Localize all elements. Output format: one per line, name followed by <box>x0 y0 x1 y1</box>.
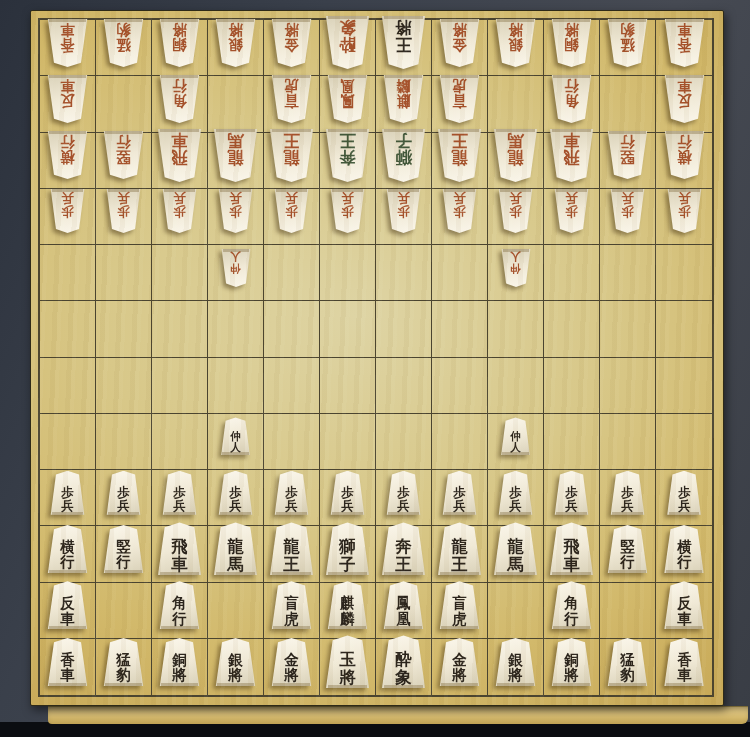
cell-r10-f10[interactable]: 飛車 <box>544 526 600 582</box>
piece-free-king-top[interactable]: 奔王 <box>325 129 370 182</box>
koma-tile: 歩兵 <box>442 189 477 233</box>
koma-tile: 歩兵 <box>498 189 533 233</box>
table-surface <box>0 722 750 737</box>
cell-r5-f10[interactable] <box>544 245 600 301</box>
piece-lance-top[interactable]: 香車 <box>664 19 705 67</box>
cell-r8-f4[interactable]: 仲人 <box>208 414 264 470</box>
koma-kanji: 車 <box>677 77 691 93</box>
koma-kanji: 竪 <box>116 149 130 165</box>
cell-r8-f11[interactable] <box>600 414 656 470</box>
piece-pawn-top[interactable]: 歩兵 <box>386 189 421 233</box>
cell-r11-f4[interactable] <box>208 583 264 639</box>
cell-r2-f8[interactable]: 盲虎 <box>432 76 488 132</box>
piece-vertical-mover-bottom[interactable]: 竪行 <box>607 525 648 573</box>
cell-r5-f5[interactable] <box>264 245 320 301</box>
koma-kanji: 歩 <box>453 486 465 500</box>
koma-tile: 獅子 <box>325 522 370 575</box>
cell-r2-f2[interactable] <box>96 76 152 132</box>
cell-r6-f10[interactable] <box>544 301 600 357</box>
cell-r3-f8[interactable]: 龍王 <box>432 133 488 189</box>
piece-reverse-chariot-top[interactable]: 反車 <box>664 75 705 123</box>
koma-tile: 角行 <box>551 75 592 123</box>
koma-tile: 反車 <box>47 75 88 123</box>
cell-r12-f6[interactable]: 玉將 <box>320 639 376 695</box>
koma-kanji: 兵 <box>285 191 297 205</box>
piece-blind-tiger-top[interactable]: 盲虎 <box>439 75 480 123</box>
koma-kanji: 麟 <box>340 612 354 628</box>
piece-copper-general-top[interactable]: 銅將 <box>159 19 200 67</box>
cell-r3-f10[interactable]: 飛車 <box>544 133 600 189</box>
cell-r7-f6[interactable] <box>320 358 376 414</box>
cell-r1-f3[interactable]: 銅將 <box>152 20 208 76</box>
cell-r12-f1[interactable]: 香車 <box>40 639 96 695</box>
piece-lance-top[interactable]: 香車 <box>47 19 88 67</box>
koma-tile: 龍王 <box>437 522 482 575</box>
koma-tile: 歩兵 <box>330 471 365 515</box>
cell-r7-f10[interactable] <box>544 358 600 414</box>
cell-r5-f1[interactable] <box>40 245 96 301</box>
cell-r10-f7[interactable]: 奔王 <box>376 526 432 582</box>
piece-lion-bottom[interactable]: 獅子 <box>325 522 370 575</box>
piece-drunk-elephant-top[interactable]: 酔象 <box>325 16 370 69</box>
koma-kanji: 將 <box>284 21 298 37</box>
cell-r11-f11[interactable] <box>600 583 656 639</box>
cell-r1-f12[interactable]: 香車 <box>656 20 712 76</box>
cell-r3-f7[interactable]: 獅子 <box>376 133 432 189</box>
piece-gold-general-bottom[interactable]: 金將 <box>271 638 312 686</box>
cell-r11-f9[interactable] <box>488 583 544 639</box>
piece-dragon-horse-top[interactable]: 龍馬 <box>493 129 538 182</box>
koma-kanji: 兵 <box>61 499 73 513</box>
koma-kanji: 兵 <box>565 499 577 513</box>
piece-phoenix-bottom[interactable]: 鳳凰 <box>383 581 424 629</box>
piece-dragon-horse-bottom[interactable]: 龍馬 <box>213 522 258 575</box>
cell-r9-f4[interactable]: 歩兵 <box>208 470 264 526</box>
cell-r1-f7[interactable]: 王將 <box>376 20 432 76</box>
koma-kanji: 凰 <box>340 77 354 93</box>
cell-r9-f11[interactable]: 歩兵 <box>600 470 656 526</box>
koma-kanji: 將 <box>228 668 242 684</box>
cell-r11-f5[interactable]: 盲虎 <box>264 583 320 639</box>
cell-r1-f4[interactable]: 銀將 <box>208 20 264 76</box>
koma-tile: 奔王 <box>381 522 426 575</box>
cell-r3-f2[interactable]: 竪行 <box>96 133 152 189</box>
cell-r11-f8[interactable]: 盲虎 <box>432 583 488 639</box>
piece-reverse-chariot-bottom[interactable]: 反車 <box>47 581 88 629</box>
piece-pawn-bottom[interactable]: 歩兵 <box>330 471 365 515</box>
piece-side-mover-bottom[interactable]: 横行 <box>664 525 705 573</box>
cell-r7-f11[interactable] <box>600 358 656 414</box>
piece-lance-bottom[interactable]: 香車 <box>47 638 88 686</box>
piece-gold-general-bottom[interactable]: 金將 <box>439 638 480 686</box>
cell-r10-f9[interactable]: 龍馬 <box>488 526 544 582</box>
piece-king-top[interactable]: 王將 <box>381 16 426 69</box>
cell-r4-f1[interactable]: 歩兵 <box>40 189 96 245</box>
cell-r2-f10[interactable]: 角行 <box>544 76 600 132</box>
cell-r3-f11[interactable]: 竪行 <box>600 133 656 189</box>
cell-r4-f6[interactable]: 歩兵 <box>320 189 376 245</box>
cell-r2-f3[interactable]: 角行 <box>152 76 208 132</box>
koma-tile: 仲人 <box>501 417 531 455</box>
cell-r6-f1[interactable] <box>40 301 96 357</box>
cell-r2-f11[interactable] <box>600 76 656 132</box>
piece-lion-top[interactable]: 獅子 <box>381 129 426 182</box>
koma-kanji: 歩 <box>117 205 129 219</box>
piece-bishop-bottom[interactable]: 角行 <box>551 581 592 629</box>
piece-pawn-top[interactable]: 歩兵 <box>162 189 197 233</box>
piece-rook-bottom[interactable]: 飛車 <box>549 522 594 575</box>
cell-r9-f12[interactable]: 歩兵 <box>656 470 712 526</box>
cell-r10-f11[interactable]: 竪行 <box>600 526 656 582</box>
cell-r8-f5[interactable] <box>264 414 320 470</box>
piece-bishop-top[interactable]: 角行 <box>551 75 592 123</box>
koma-tile: 飛車 <box>549 522 594 575</box>
cell-r12-f8[interactable]: 金將 <box>432 639 488 695</box>
cell-r1-f11[interactable]: 猛豹 <box>600 20 656 76</box>
cell-r2-f5[interactable]: 盲虎 <box>264 76 320 132</box>
piece-pawn-bottom[interactable]: 歩兵 <box>274 471 309 515</box>
cell-r4-f12[interactable]: 歩兵 <box>656 189 712 245</box>
cell-r9-f8[interactable]: 歩兵 <box>432 470 488 526</box>
cell-r8-f1[interactable] <box>40 414 96 470</box>
piece-drunk-elephant-bottom[interactable]: 酔象 <box>381 635 426 688</box>
cell-r9-f5[interactable]: 歩兵 <box>264 470 320 526</box>
piece-vertical-mover-top[interactable]: 竪行 <box>607 131 648 179</box>
piece-phoenix-top[interactable]: 鳳凰 <box>327 75 368 123</box>
cell-r5-f2[interactable] <box>96 245 152 301</box>
piece-pawn-top[interactable]: 歩兵 <box>218 189 253 233</box>
piece-rook-top[interactable]: 飛車 <box>549 129 594 182</box>
koma-kanji: 兵 <box>229 499 241 513</box>
cell-r4-f2[interactable]: 歩兵 <box>96 189 152 245</box>
piece-dragon-king-bottom[interactable]: 龍王 <box>437 522 482 575</box>
cell-r11-f7[interactable]: 鳳凰 <box>376 583 432 639</box>
cell-r6-f6[interactable] <box>320 301 376 357</box>
piece-bishop-bottom[interactable]: 角行 <box>159 581 200 629</box>
piece-copper-general-bottom[interactable]: 銅將 <box>159 638 200 686</box>
cell-r9-f10[interactable]: 歩兵 <box>544 470 600 526</box>
piece-reverse-chariot-top[interactable]: 反車 <box>47 75 88 123</box>
koma-kanji: 歩 <box>341 205 353 219</box>
cell-r3-f6[interactable]: 奔王 <box>320 133 376 189</box>
cell-r4-f8[interactable]: 歩兵 <box>432 189 488 245</box>
cell-r9-f2[interactable]: 歩兵 <box>96 470 152 526</box>
koma-kanji: 麟 <box>396 77 410 93</box>
cell-r2-f12[interactable]: 反車 <box>656 76 712 132</box>
piece-kirin-bottom[interactable]: 麒麟 <box>327 581 368 629</box>
cell-r12-f10[interactable]: 銅將 <box>544 639 600 695</box>
piece-side-mover-top[interactable]: 横行 <box>47 131 88 179</box>
cell-r8-f8[interactable] <box>432 414 488 470</box>
cell-r10-f2[interactable]: 竪行 <box>96 526 152 582</box>
cell-r6-f5[interactable] <box>264 301 320 357</box>
piece-go-between-top[interactable]: 仲人 <box>501 249 531 287</box>
cell-r5-f7[interactable] <box>376 245 432 301</box>
piece-dragon-king-top[interactable]: 龍王 <box>269 129 314 182</box>
cell-r3-f5[interactable]: 龍王 <box>264 133 320 189</box>
cell-r5-f6[interactable] <box>320 245 376 301</box>
koma-tile: 酔象 <box>381 635 426 688</box>
cell-r1-f9[interactable]: 銀將 <box>488 20 544 76</box>
cell-r7-f1[interactable] <box>40 358 96 414</box>
cell-r1-f5[interactable]: 金將 <box>264 20 320 76</box>
piece-bishop-top[interactable]: 角行 <box>159 75 200 123</box>
koma-kanji: 奔 <box>339 148 355 166</box>
koma-kanji: 人 <box>230 251 241 262</box>
cell-r10-f8[interactable]: 龍王 <box>432 526 488 582</box>
cell-r3-f1[interactable]: 横行 <box>40 133 96 189</box>
cell-r1-f1[interactable]: 香車 <box>40 20 96 76</box>
cell-r4-f7[interactable]: 歩兵 <box>376 189 432 245</box>
cell-r10-f12[interactable]: 横行 <box>656 526 712 582</box>
piece-pawn-top[interactable]: 歩兵 <box>667 189 702 233</box>
piece-silver-general-bottom[interactable]: 銀將 <box>215 638 256 686</box>
cell-r7-f8[interactable] <box>432 358 488 414</box>
cell-r1-f2[interactable]: 猛豹 <box>96 20 152 76</box>
piece-go-between-top[interactable]: 仲人 <box>221 249 251 287</box>
cell-r8-f7[interactable] <box>376 414 432 470</box>
cell-r3-f9[interactable]: 龍馬 <box>488 133 544 189</box>
koma-tile: 銅將 <box>551 19 592 67</box>
koma-kanji: 歩 <box>565 205 577 219</box>
piece-blind-tiger-top[interactable]: 盲虎 <box>271 75 312 123</box>
koma-tile: 歩兵 <box>498 471 533 515</box>
piece-lance-bottom[interactable]: 香車 <box>664 638 705 686</box>
cell-r11-f3[interactable]: 角行 <box>152 583 208 639</box>
piece-ferocious-leopard-top[interactable]: 猛豹 <box>607 19 648 67</box>
piece-pawn-bottom[interactable]: 歩兵 <box>162 471 197 515</box>
koma-tile: 猛豹 <box>103 638 144 686</box>
koma-kanji: 兵 <box>397 191 409 205</box>
koma-tile: 仲人 <box>221 249 251 287</box>
cell-r12-f2[interactable]: 猛豹 <box>96 639 152 695</box>
cell-r3-f3[interactable]: 飛車 <box>152 133 208 189</box>
cell-r2-f6[interactable]: 鳳凰 <box>320 76 376 132</box>
piece-dragon-king-bottom[interactable]: 龍王 <box>269 522 314 575</box>
piece-pawn-bottom[interactable]: 歩兵 <box>610 471 645 515</box>
piece-side-mover-top[interactable]: 横行 <box>664 131 705 179</box>
koma-kanji: 歩 <box>173 486 185 500</box>
cell-r5-f8[interactable] <box>432 245 488 301</box>
koma-tile: 歩兵 <box>667 471 702 515</box>
cell-r6-f2[interactable] <box>96 301 152 357</box>
piece-free-king-bottom[interactable]: 奔王 <box>381 522 426 575</box>
piece-pawn-top[interactable]: 歩兵 <box>442 189 477 233</box>
koma-kanji: 行 <box>116 133 130 149</box>
cell-r11-f2[interactable] <box>96 583 152 639</box>
koma-kanji: 兵 <box>453 191 465 205</box>
cell-r5-f12[interactable] <box>656 245 712 301</box>
koma-kanji: 仲 <box>510 262 521 273</box>
cell-r12-f11[interactable]: 猛豹 <box>600 639 656 695</box>
piece-king-bottom[interactable]: 玉將 <box>325 635 370 688</box>
koma-tile: 龍王 <box>437 129 482 182</box>
cell-r9-f3[interactable]: 歩兵 <box>152 470 208 526</box>
cell-r7-f2[interactable] <box>96 358 152 414</box>
piece-dragon-horse-bottom[interactable]: 龍馬 <box>493 522 538 575</box>
koma-tile: 獅子 <box>381 129 426 182</box>
piece-pawn-bottom[interactable]: 歩兵 <box>667 471 702 515</box>
piece-pawn-top[interactable]: 歩兵 <box>106 189 141 233</box>
piece-vertical-mover-top[interactable]: 竪行 <box>103 131 144 179</box>
koma-kanji: 車 <box>60 668 74 684</box>
cell-r11-f10[interactable]: 角行 <box>544 583 600 639</box>
piece-pawn-bottom[interactable]: 歩兵 <box>106 471 141 515</box>
cell-r4-f5[interactable]: 歩兵 <box>264 189 320 245</box>
cell-r8-f3[interactable] <box>152 414 208 470</box>
koma-kanji: 歩 <box>453 205 465 219</box>
cell-r5-f11[interactable] <box>600 245 656 301</box>
cell-r8-f10[interactable] <box>544 414 600 470</box>
cell-r4-f4[interactable]: 歩兵 <box>208 189 264 245</box>
koma-kanji: 豹 <box>116 21 130 37</box>
piece-pawn-top[interactable]: 歩兵 <box>50 189 85 233</box>
koma-tile: 歩兵 <box>667 189 702 233</box>
piece-rook-bottom[interactable]: 飛車 <box>157 522 202 575</box>
koma-kanji: 歩 <box>397 486 409 500</box>
piece-pawn-top[interactable]: 歩兵 <box>498 189 533 233</box>
cell-r4-f11[interactable]: 歩兵 <box>600 189 656 245</box>
cell-r12-f12[interactable]: 香車 <box>656 639 712 695</box>
cell-r5-f9[interactable]: 仲人 <box>488 245 544 301</box>
koma-tile: 歩兵 <box>106 471 141 515</box>
cell-r4-f3[interactable]: 歩兵 <box>152 189 208 245</box>
cell-r7-f4[interactable] <box>208 358 264 414</box>
cell-r8-f9[interactable]: 仲人 <box>488 414 544 470</box>
piece-go-between-bottom[interactable]: 仲人 <box>221 417 251 455</box>
cell-r1-f8[interactable]: 金將 <box>432 20 488 76</box>
koma-tile: 歩兵 <box>330 189 365 233</box>
cell-r3-f12[interactable]: 横行 <box>656 133 712 189</box>
piece-vertical-mover-bottom[interactable]: 竪行 <box>103 525 144 573</box>
cell-r5-f3[interactable] <box>152 245 208 301</box>
piece-dragon-king-top[interactable]: 龍王 <box>437 129 482 182</box>
cell-r12-f7[interactable]: 酔象 <box>376 639 432 695</box>
piece-kirin-top[interactable]: 麒麟 <box>383 75 424 123</box>
piece-pawn-top[interactable]: 歩兵 <box>274 189 309 233</box>
cell-r8-f2[interactable] <box>96 414 152 470</box>
cell-r10-f6[interactable]: 獅子 <box>320 526 376 582</box>
cell-r12-f9[interactable]: 銀將 <box>488 639 544 695</box>
piece-pawn-top[interactable]: 歩兵 <box>330 189 365 233</box>
piece-reverse-chariot-bottom[interactable]: 反車 <box>664 581 705 629</box>
koma-tile: 銅將 <box>551 638 592 686</box>
piece-copper-general-top[interactable]: 銅將 <box>551 19 592 67</box>
piece-ferocious-leopard-bottom[interactable]: 猛豹 <box>103 638 144 686</box>
cell-r6-f8[interactable] <box>432 301 488 357</box>
piece-pawn-top[interactable]: 歩兵 <box>554 189 589 233</box>
cell-r6-f4[interactable] <box>208 301 264 357</box>
chu-shogi-board: 香車猛豹銅將銀將金將酔象王將金將銀將銅將猛豹香車反車角行盲虎鳳凰麒麟盲虎角行反車… <box>30 10 724 706</box>
cell-r3-f4[interactable]: 龍馬 <box>208 133 264 189</box>
piece-rook-top[interactable]: 飛車 <box>157 129 202 182</box>
koma-kanji: 盲 <box>452 92 466 108</box>
cell-r2-f9[interactable] <box>488 76 544 132</box>
piece-go-between-bottom[interactable]: 仲人 <box>501 417 531 455</box>
cell-r5-f4[interactable]: 仲人 <box>208 245 264 301</box>
koma-tile: 麒麟 <box>327 581 368 629</box>
piece-ferocious-leopard-bottom[interactable]: 猛豹 <box>607 638 648 686</box>
piece-gold-general-top[interactable]: 金將 <box>271 19 312 67</box>
cell-r7-f7[interactable] <box>376 358 432 414</box>
piece-silver-general-top[interactable]: 銀將 <box>495 19 536 67</box>
cell-r11-f12[interactable]: 反車 <box>656 583 712 639</box>
cell-r6-f9[interactable] <box>488 301 544 357</box>
piece-ferocious-leopard-top[interactable]: 猛豹 <box>103 19 144 67</box>
piece-pawn-bottom[interactable]: 歩兵 <box>218 471 253 515</box>
cell-r8-f6[interactable] <box>320 414 376 470</box>
cell-r2-f7[interactable]: 麒麟 <box>376 76 432 132</box>
cell-r6-f11[interactable] <box>600 301 656 357</box>
cell-r12-f5[interactable]: 金將 <box>264 639 320 695</box>
koma-kanji: 仲 <box>230 262 241 273</box>
piece-gold-general-top[interactable]: 金將 <box>439 19 480 67</box>
piece-pawn-bottom[interactable]: 歩兵 <box>442 471 477 515</box>
cell-r7-f9[interactable] <box>488 358 544 414</box>
cell-r9-f1[interactable]: 歩兵 <box>40 470 96 526</box>
cell-r2-f4[interactable] <box>208 76 264 132</box>
koma-kanji: 兵 <box>453 499 465 513</box>
koma-tile: 麒麟 <box>383 75 424 123</box>
cell-r11-f6[interactable]: 麒麟 <box>320 583 376 639</box>
koma-kanji: 歩 <box>285 205 297 219</box>
cell-r11-f1[interactable]: 反車 <box>40 583 96 639</box>
piece-pawn-bottom[interactable]: 歩兵 <box>386 471 421 515</box>
cell-r10-f3[interactable]: 飛車 <box>152 526 208 582</box>
cell-r2-f1[interactable]: 反車 <box>40 76 96 132</box>
cell-r10-f4[interactable]: 龍馬 <box>208 526 264 582</box>
cell-r6-f12[interactable] <box>656 301 712 357</box>
cell-r6-f3[interactable] <box>152 301 208 357</box>
cell-r6-f7[interactable] <box>376 301 432 357</box>
cell-r12-f3[interactable]: 銅將 <box>152 639 208 695</box>
koma-tile: 飛車 <box>549 129 594 182</box>
piece-blind-tiger-bottom[interactable]: 盲虎 <box>439 581 480 629</box>
piece-copper-general-bottom[interactable]: 銅將 <box>551 638 592 686</box>
piece-blind-tiger-bottom[interactable]: 盲虎 <box>271 581 312 629</box>
cell-r1-f6[interactable]: 酔象 <box>320 20 376 76</box>
cell-r9-f6[interactable]: 歩兵 <box>320 470 376 526</box>
cell-r9-f7[interactable]: 歩兵 <box>376 470 432 526</box>
koma-tile: 仲人 <box>501 249 531 287</box>
cell-r9-f9[interactable]: 歩兵 <box>488 470 544 526</box>
cell-r7-f12[interactable] <box>656 358 712 414</box>
cell-r7-f5[interactable] <box>264 358 320 414</box>
piece-pawn-bottom[interactable]: 歩兵 <box>498 471 533 515</box>
cell-r12-f4[interactable]: 銀將 <box>208 639 264 695</box>
piece-pawn-top[interactable]: 歩兵 <box>610 189 645 233</box>
piece-pawn-bottom[interactable]: 歩兵 <box>50 471 85 515</box>
cell-r10-f5[interactable]: 龍王 <box>264 526 320 582</box>
cell-r4-f9[interactable]: 歩兵 <box>488 189 544 245</box>
piece-dragon-horse-top[interactable]: 龍馬 <box>213 129 258 182</box>
cell-r7-f3[interactable] <box>152 358 208 414</box>
cell-r1-f10[interactable]: 銅將 <box>544 20 600 76</box>
koma-kanji: 車 <box>677 668 691 684</box>
piece-silver-general-top[interactable]: 銀將 <box>215 19 256 67</box>
cell-r10-f1[interactable]: 横行 <box>40 526 96 582</box>
koma-kanji: 歩 <box>621 205 633 219</box>
piece-silver-general-bottom[interactable]: 銀將 <box>495 638 536 686</box>
piece-pawn-bottom[interactable]: 歩兵 <box>554 471 589 515</box>
piece-side-mover-bottom[interactable]: 横行 <box>47 525 88 573</box>
koma-tile: 盲虎 <box>271 581 312 629</box>
koma-kanji: 將 <box>508 21 522 37</box>
cell-r4-f10[interactable]: 歩兵 <box>544 189 600 245</box>
koma-kanji: 行 <box>564 77 578 93</box>
koma-kanji: 歩 <box>509 486 521 500</box>
cell-r8-f12[interactable] <box>656 414 712 470</box>
